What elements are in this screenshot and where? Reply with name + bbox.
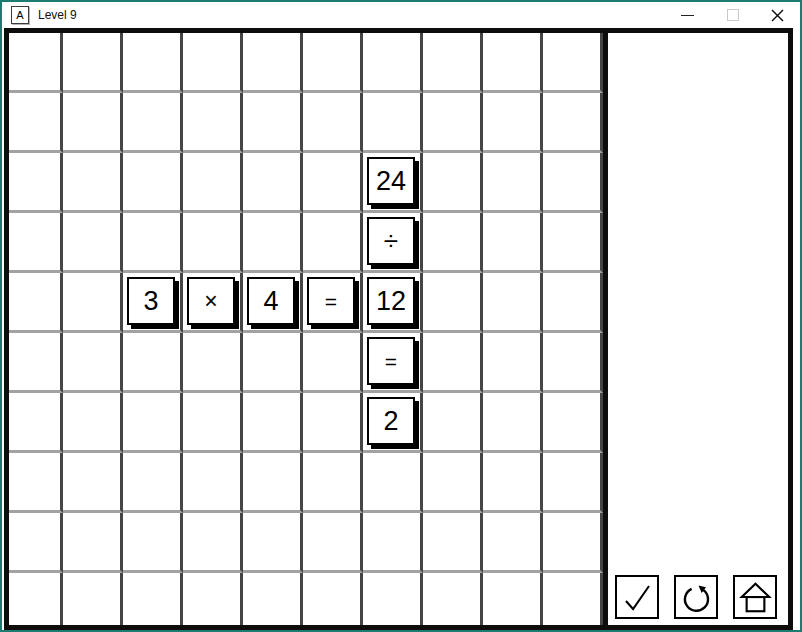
grid-cell[interactable]	[243, 93, 303, 153]
check-button[interactable]	[615, 575, 659, 619]
content-frame: 24÷3×4=12=2	[4, 28, 793, 630]
grid-cell[interactable]	[183, 393, 243, 453]
grid-cell[interactable]	[423, 513, 483, 573]
grid-cell[interactable]	[303, 213, 363, 273]
grid-cell[interactable]	[243, 33, 303, 93]
tile-24[interactable]: 24	[367, 157, 415, 205]
grid-cell[interactable]	[9, 33, 63, 93]
grid-cell[interactable]	[123, 153, 183, 213]
grid-cell[interactable]	[423, 573, 483, 625]
maximize-icon	[727, 9, 739, 21]
grid-cell[interactable]	[303, 93, 363, 153]
grid-cell[interactable]	[9, 213, 63, 273]
grid-cell[interactable]	[183, 33, 243, 93]
grid-cell[interactable]	[243, 213, 303, 273]
grid-cell[interactable]	[303, 573, 363, 625]
grid-cell[interactable]	[183, 93, 243, 153]
panel-button-row	[615, 575, 777, 619]
app-window: A Level 9 24÷3×4=12=2	[0, 0, 802, 632]
grid-cell[interactable]	[543, 513, 603, 573]
grid-cell[interactable]: 24	[363, 153, 423, 213]
grid-cell[interactable]	[9, 333, 63, 393]
grid-cell[interactable]	[183, 213, 243, 273]
grid-cell[interactable]	[483, 513, 543, 573]
grid-cell[interactable]	[9, 93, 63, 153]
tile-12[interactable]: 12	[367, 277, 415, 325]
grid-cell[interactable]	[543, 153, 603, 213]
grid-cell[interactable]	[123, 33, 183, 93]
tile-3[interactable]: 3	[127, 277, 175, 325]
grid-cell[interactable]	[243, 453, 303, 513]
grid-cell[interactable]	[243, 513, 303, 573]
grid-cell[interactable]	[423, 33, 483, 93]
grid-cell[interactable]	[123, 393, 183, 453]
app-icon: A	[11, 6, 29, 24]
grid-cell[interactable]	[303, 393, 363, 453]
app-icon-letter: A	[16, 10, 23, 21]
grid-cell[interactable]	[183, 453, 243, 513]
grid-cell[interactable]	[423, 273, 483, 333]
grid-cell[interactable]	[483, 393, 543, 453]
grid-cell[interactable]	[483, 453, 543, 513]
grid-cell[interactable]	[423, 213, 483, 273]
grid-cell[interactable]: 3	[123, 273, 183, 333]
grid-cell[interactable]	[63, 153, 123, 213]
grid-cell[interactable]	[123, 573, 183, 625]
tile-=[interactable]: =	[307, 277, 355, 325]
grid-cell[interactable]	[63, 33, 123, 93]
grid-cell[interactable]	[9, 393, 63, 453]
grid-cell[interactable]	[63, 213, 123, 273]
grid-cell[interactable]	[303, 333, 363, 393]
grid-cell[interactable]	[63, 93, 123, 153]
grid-cell[interactable]	[423, 93, 483, 153]
grid-cell[interactable]	[63, 513, 123, 573]
minimize-icon	[681, 15, 694, 16]
grid-cell[interactable]	[183, 153, 243, 213]
grid-cell[interactable]	[423, 153, 483, 213]
maximize-button	[710, 2, 755, 28]
grid-cell[interactable]	[423, 393, 483, 453]
grid-cell[interactable]	[543, 213, 603, 273]
tile-label: 24	[376, 168, 406, 195]
grid-cell[interactable]	[9, 453, 63, 513]
grid-cell[interactable]	[9, 513, 63, 573]
tile-label: ×	[204, 290, 217, 313]
grid-cell[interactable]: ×	[183, 273, 243, 333]
grid-cell[interactable]	[9, 153, 63, 213]
grid-cell[interactable]: ÷	[363, 213, 423, 273]
grid-cell[interactable]: 2	[363, 393, 423, 453]
titlebar: A Level 9	[2, 2, 800, 28]
grid-cell[interactable]: =	[363, 333, 423, 393]
grid-cell[interactable]	[483, 333, 543, 393]
grid-cell[interactable]	[423, 333, 483, 393]
grid-cell[interactable]	[363, 453, 423, 513]
grid-cell[interactable]	[543, 393, 603, 453]
tile-÷[interactable]: ÷	[367, 217, 415, 265]
grid-cell[interactable]	[243, 333, 303, 393]
tile-label: =	[385, 351, 397, 372]
grid-cell[interactable]	[123, 93, 183, 153]
grid-cell[interactable]	[63, 333, 123, 393]
grid-cell[interactable]	[123, 333, 183, 393]
check-icon	[618, 578, 657, 617]
grid-cell[interactable]	[9, 573, 63, 625]
grid-cell[interactable]	[363, 573, 423, 625]
grid-cell[interactable]	[303, 33, 363, 93]
grid-cell[interactable]	[243, 393, 303, 453]
grid-cell[interactable]	[243, 153, 303, 213]
grid-cell[interactable]	[483, 93, 543, 153]
tile-label: 2	[383, 408, 398, 435]
grid-cell[interactable]	[543, 33, 603, 93]
grid-cell[interactable]	[63, 453, 123, 513]
grid-cell[interactable]	[63, 273, 123, 333]
tile-4[interactable]: 4	[247, 277, 295, 325]
grid-cell[interactable]: 4	[243, 273, 303, 333]
grid-cell[interactable]	[483, 273, 543, 333]
tile-label: =	[325, 291, 337, 312]
home-icon	[736, 578, 775, 617]
grid-cell[interactable]: =	[303, 273, 363, 333]
grid-cell[interactable]	[123, 213, 183, 273]
grid-cell[interactable]	[483, 573, 543, 625]
board-viewport: 24÷3×4=12=2	[9, 33, 603, 625]
tile-label: 12	[376, 288, 406, 315]
grid-cell[interactable]	[303, 513, 363, 573]
side-panel	[608, 33, 788, 625]
grid-cell[interactable]	[543, 333, 603, 393]
tile-label: ÷	[384, 228, 398, 254]
grid-cell[interactable]	[483, 153, 543, 213]
grid-cell[interactable]	[543, 93, 603, 153]
tile-2[interactable]: 2	[367, 397, 415, 445]
grid-cell[interactable]	[63, 393, 123, 453]
restart-button[interactable]	[674, 575, 718, 619]
tile-=[interactable]: =	[367, 337, 415, 385]
tile-label: 3	[143, 288, 158, 315]
close-button[interactable]	[755, 2, 800, 28]
grid-cell[interactable]	[123, 513, 183, 573]
grid-cell[interactable]	[123, 453, 183, 513]
grid-cell[interactable]	[63, 573, 123, 625]
tile-×[interactable]: ×	[187, 277, 235, 325]
window-controls	[665, 2, 800, 28]
grid-cell[interactable]	[363, 513, 423, 573]
close-icon	[771, 9, 784, 22]
tile-label: 4	[263, 288, 278, 315]
board-grid: 24÷3×4=12=2	[9, 33, 603, 625]
grid-cell[interactable]	[363, 33, 423, 93]
grid-cell[interactable]	[303, 453, 363, 513]
grid-cell[interactable]	[303, 153, 363, 213]
grid-cell[interactable]	[363, 93, 423, 153]
grid-cell[interactable]: 12	[363, 273, 423, 333]
grid-cell[interactable]	[543, 453, 603, 513]
window-title: Level 9	[38, 8, 77, 22]
grid-cell[interactable]	[543, 573, 603, 625]
grid-cell[interactable]	[183, 513, 243, 573]
restart-icon	[677, 578, 716, 617]
grid-cell[interactable]	[423, 453, 483, 513]
grid-cell[interactable]	[243, 573, 303, 625]
home-button[interactable]	[733, 575, 777, 619]
grid-cell[interactable]	[483, 33, 543, 93]
grid-cell[interactable]	[183, 573, 243, 625]
grid-cell[interactable]	[183, 333, 243, 393]
grid-cell[interactable]	[543, 273, 603, 333]
grid-cell[interactable]	[9, 273, 63, 333]
minimize-button[interactable]	[665, 2, 710, 28]
grid-cell[interactable]	[483, 213, 543, 273]
